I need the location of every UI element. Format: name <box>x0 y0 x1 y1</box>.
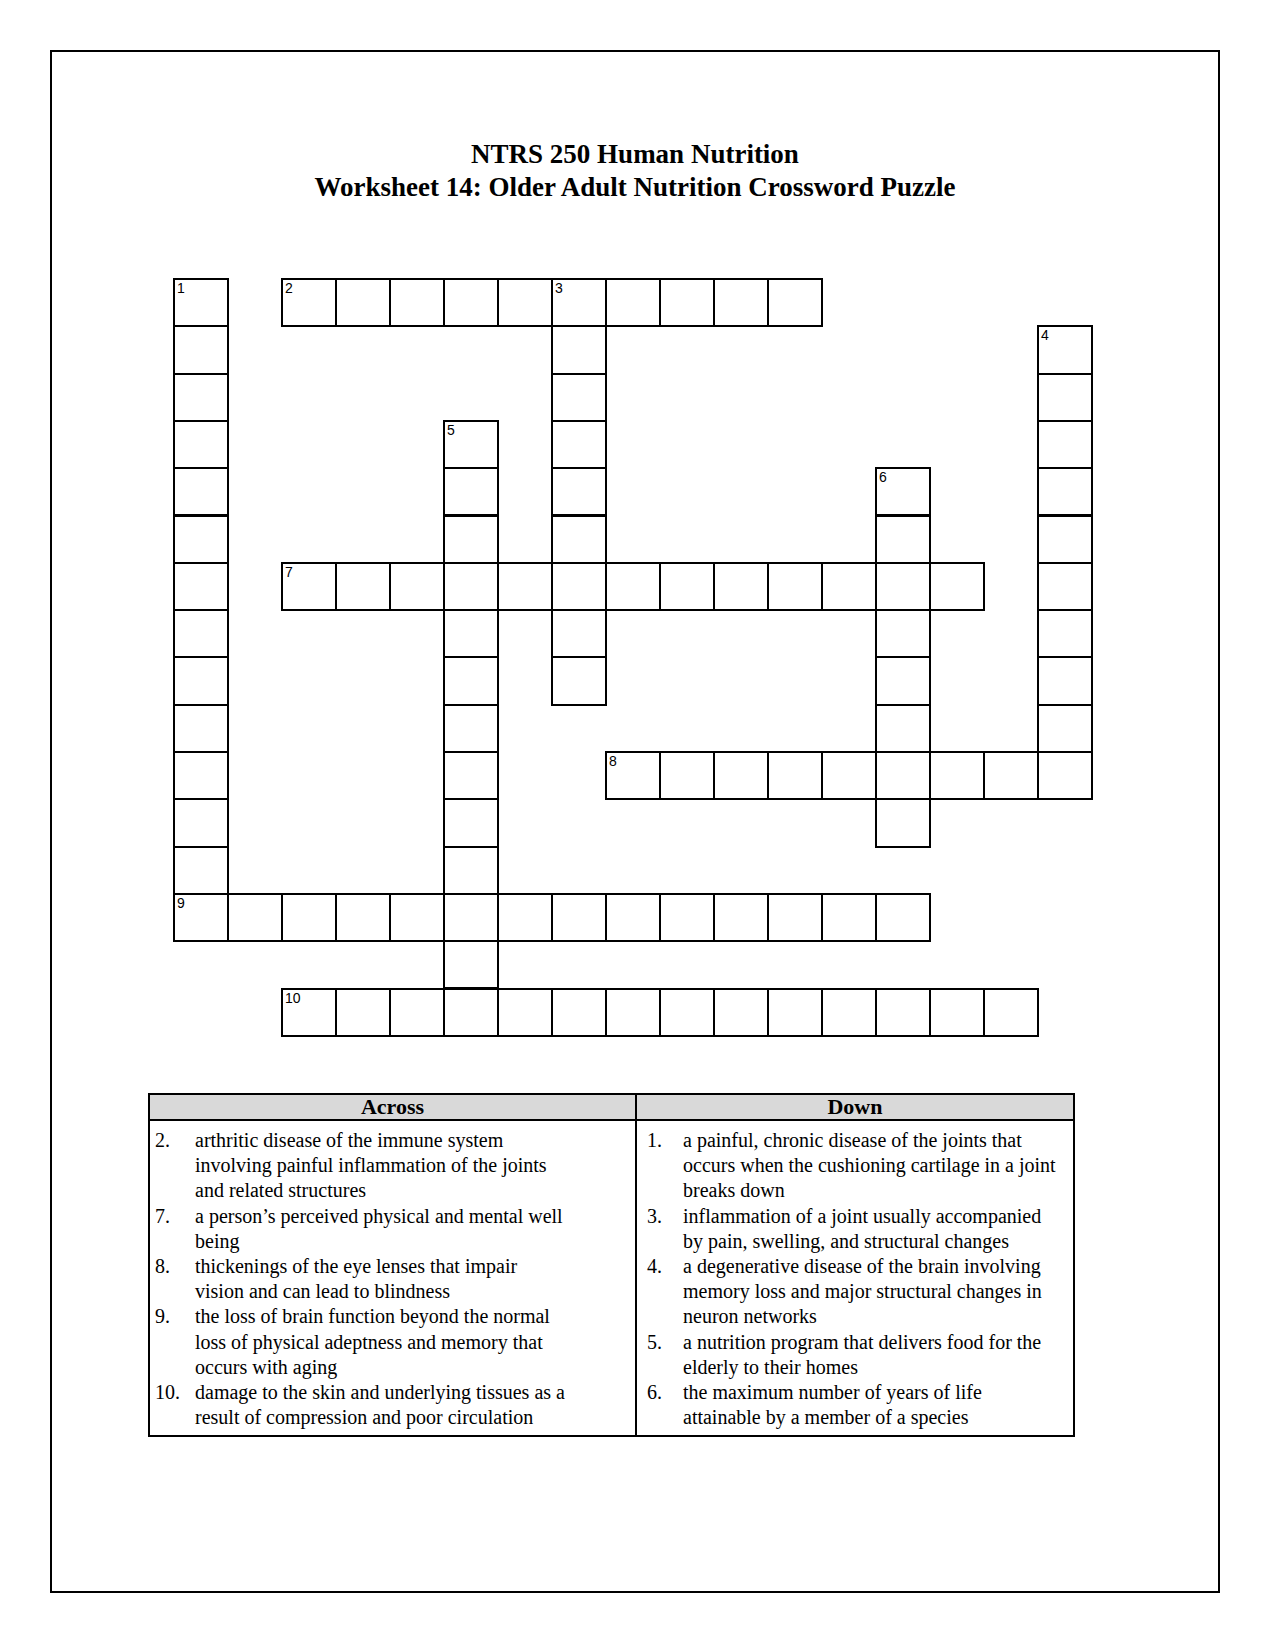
grid-cell[interactable] <box>875 988 931 1037</box>
grid-cell[interactable]: 7 <box>281 562 337 611</box>
grid-cell[interactable] <box>335 988 391 1037</box>
grid-cell[interactable] <box>551 467 607 516</box>
clue-text: a person’s perceived physical and mental… <box>195 1204 635 1254</box>
grid-cell[interactable] <box>443 940 499 989</box>
clue-number-label: 1. <box>647 1128 662 1153</box>
grid-cell[interactable] <box>335 562 391 611</box>
grid-cell[interactable] <box>173 420 229 469</box>
grid-cell[interactable] <box>1037 656 1093 705</box>
clue-item: 7.a person’s perceived physical and ment… <box>150 1204 635 1254</box>
clue-text: arthritic disease of the immune system i… <box>195 1128 635 1204</box>
grid-cell[interactable] <box>173 373 229 422</box>
clue-item: 6.the maximum number of years of life at… <box>637 1380 1073 1430</box>
grid-cell[interactable]: 8 <box>605 751 661 800</box>
clue-number: 2 <box>285 280 293 296</box>
grid-cell[interactable] <box>173 751 229 800</box>
grid-cell[interactable] <box>389 278 445 327</box>
grid-cell[interactable] <box>173 704 229 753</box>
clue-number: 3 <box>555 280 563 296</box>
grid-cell[interactable] <box>443 798 499 847</box>
grid-cell[interactable] <box>443 893 499 942</box>
grid-cell[interactable] <box>497 278 553 327</box>
clue-text: the maximum number of years of life atta… <box>683 1380 1073 1430</box>
grid-cell[interactable] <box>605 988 661 1037</box>
grid-cell[interactable] <box>605 562 661 611</box>
grid-cell[interactable] <box>713 751 769 800</box>
grid-cell[interactable] <box>551 893 607 942</box>
grid-cell[interactable] <box>821 751 877 800</box>
clue-item: 5.a nutrition program that delivers food… <box>637 1330 1073 1380</box>
grid-cell[interactable] <box>767 278 823 327</box>
grid-cell[interactable] <box>443 704 499 753</box>
grid-cell[interactable] <box>335 278 391 327</box>
grid-cell[interactable] <box>443 846 499 895</box>
grid-cell[interactable] <box>1037 515 1093 564</box>
title-line-2: Worksheet 14: Older Adult Nutrition Cros… <box>50 171 1220 204</box>
grid-cell[interactable] <box>767 751 823 800</box>
clue-item: 8.thickenings of the eye lenses that imp… <box>150 1254 635 1304</box>
clue-number-label: 3. <box>647 1204 662 1229</box>
grid-cell[interactable] <box>551 325 607 374</box>
clue-text: inflammation of a joint usually accompan… <box>683 1204 1073 1254</box>
grid-cell[interactable] <box>659 751 715 800</box>
grid-cell[interactable]: 4 <box>1037 325 1093 374</box>
grid-cell[interactable]: 9 <box>173 893 229 942</box>
grid-cell[interactable]: 1 <box>173 278 229 327</box>
grid-cell[interactable] <box>497 893 553 942</box>
grid-cell[interactable] <box>335 893 391 942</box>
clue-number-label: 7. <box>155 1204 170 1229</box>
grid-cell[interactable] <box>875 609 931 658</box>
grid-cell[interactable] <box>875 798 931 847</box>
clue-item: 1.a painful, chronic disease of the join… <box>637 1128 1073 1204</box>
clue-text: a painful, chronic disease of the joints… <box>683 1128 1073 1204</box>
grid-cell[interactable] <box>983 988 1039 1037</box>
clue-number-label: 8. <box>155 1254 170 1279</box>
grid-cell[interactable] <box>551 420 607 469</box>
clue-text: thickenings of the eye lenses that impai… <box>195 1254 635 1304</box>
clue-text: a degenerative disease of the brain invo… <box>683 1254 1073 1330</box>
clue-number-label: 6. <box>647 1380 662 1405</box>
grid-cell[interactable] <box>875 704 931 753</box>
clue-number: 9 <box>177 895 185 911</box>
grid-cell[interactable] <box>389 988 445 1037</box>
grid-cell[interactable] <box>659 278 715 327</box>
down-clues-list: 1.a painful, chronic disease of the join… <box>635 1121 1073 1435</box>
clue-number-label: 9. <box>155 1304 170 1329</box>
clue-item: 4.a degenerative disease of the brain in… <box>637 1254 1073 1330</box>
clue-text: damage to the skin and underlying tissue… <box>195 1380 635 1430</box>
grid-cell[interactable] <box>875 515 931 564</box>
clue-number-label: 4. <box>647 1254 662 1279</box>
across-clues-list: 2.arthritic disease of the immune system… <box>150 1121 635 1435</box>
grid-cell[interactable] <box>875 656 931 705</box>
grid-cell[interactable] <box>173 325 229 374</box>
grid-cell[interactable] <box>281 893 337 942</box>
grid-cell[interactable] <box>443 467 499 516</box>
crossword-grid: 12345678910 <box>173 278 1093 1037</box>
grid-cell[interactable]: 3 <box>551 278 607 327</box>
grid-cell[interactable] <box>821 893 877 942</box>
grid-cell[interactable] <box>713 562 769 611</box>
grid-cell[interactable] <box>551 562 607 611</box>
grid-cell[interactable] <box>767 893 823 942</box>
grid-cell[interactable]: 6 <box>875 467 931 516</box>
grid-cell[interactable] <box>929 988 985 1037</box>
grid-cell[interactable] <box>659 562 715 611</box>
grid-cell[interactable] <box>875 562 931 611</box>
grid-cell[interactable] <box>713 893 769 942</box>
grid-cell[interactable] <box>443 656 499 705</box>
grid-cell[interactable] <box>551 988 607 1037</box>
grid-cell[interactable] <box>497 988 553 1037</box>
clue-item: 10.damage to the skin and underlying tis… <box>150 1380 635 1430</box>
page-title: NTRS 250 Human Nutrition Worksheet 14: O… <box>50 138 1220 204</box>
grid-cell[interactable] <box>173 515 229 564</box>
grid-cell[interactable] <box>551 609 607 658</box>
grid-cell[interactable] <box>659 893 715 942</box>
clue-number-label: 10. <box>155 1380 180 1405</box>
clue-number-label: 2. <box>155 1128 170 1153</box>
clue-item: 3.inflammation of a joint usually accomp… <box>637 1204 1073 1254</box>
grid-cell[interactable] <box>173 609 229 658</box>
grid-cell[interactable] <box>1037 751 1093 800</box>
grid-cell[interactable] <box>443 278 499 327</box>
grid-cell[interactable] <box>173 798 229 847</box>
grid-cell[interactable] <box>443 515 499 564</box>
worksheet-page: { "game": "crossword", "title": { "line1… <box>0 0 1270 1643</box>
clue-text: a nutrition program that delivers food f… <box>683 1330 1073 1380</box>
grid-cell[interactable] <box>821 988 877 1037</box>
title-line-1: NTRS 250 Human Nutrition <box>50 138 1220 171</box>
grid-cell[interactable] <box>1037 562 1093 611</box>
grid-cell[interactable] <box>929 751 985 800</box>
grid-cell[interactable] <box>173 562 229 611</box>
grid-cell[interactable] <box>713 278 769 327</box>
grid-cell[interactable] <box>551 656 607 705</box>
grid-cell[interactable] <box>1037 609 1093 658</box>
grid-cell[interactable]: 10 <box>281 988 337 1037</box>
grid-cell[interactable]: 2 <box>281 278 337 327</box>
clue-item: 2.arthritic disease of the immune system… <box>150 1128 635 1204</box>
clue-number: 1 <box>177 280 185 296</box>
grid-cell[interactable] <box>767 988 823 1037</box>
clues-table: Across Down 2.arthritic disease of the i… <box>148 1093 1075 1437</box>
grid-cell[interactable] <box>1037 420 1093 469</box>
clue-number: 4 <box>1041 327 1049 343</box>
grid-cell[interactable] <box>173 656 229 705</box>
grid-cell[interactable] <box>875 751 931 800</box>
grid-cell[interactable] <box>551 515 607 564</box>
clue-number-label: 5. <box>647 1330 662 1355</box>
grid-cell[interactable] <box>605 278 661 327</box>
grid-cell[interactable] <box>1037 373 1093 422</box>
grid-cell[interactable] <box>767 562 823 611</box>
grid-cell[interactable] <box>1037 467 1093 516</box>
grid-cell[interactable] <box>1037 704 1093 753</box>
grid-cell[interactable] <box>227 893 283 942</box>
grid-cell[interactable] <box>443 609 499 658</box>
grid-cell[interactable] <box>659 988 715 1037</box>
clue-number: 8 <box>609 753 617 769</box>
grid-cell[interactable] <box>605 893 661 942</box>
grid-cell[interactable] <box>443 562 499 611</box>
grid-cell[interactable] <box>713 988 769 1037</box>
grid-cell[interactable] <box>389 893 445 942</box>
grid-cell[interactable] <box>983 751 1039 800</box>
grid-cell[interactable] <box>929 562 985 611</box>
clue-number: 6 <box>879 469 887 485</box>
grid-cell[interactable] <box>497 562 553 611</box>
clue-item: 9.the loss of brain function beyond the … <box>150 1304 635 1380</box>
grid-cell[interactable] <box>173 846 229 895</box>
grid-cell[interactable] <box>821 562 877 611</box>
grid-cell[interactable] <box>443 751 499 800</box>
clue-text: the loss of brain function beyond the no… <box>195 1304 635 1380</box>
grid-cell[interactable] <box>173 467 229 516</box>
grid-cell[interactable] <box>551 373 607 422</box>
grid-cell[interactable]: 5 <box>443 420 499 469</box>
clue-number: 10 <box>285 990 301 1006</box>
grid-cell[interactable] <box>875 893 931 942</box>
clue-number: 5 <box>447 422 455 438</box>
clue-number: 7 <box>285 564 293 580</box>
grid-cell[interactable] <box>389 562 445 611</box>
down-header: Down <box>635 1095 1073 1121</box>
grid-cell[interactable] <box>443 988 499 1037</box>
across-header: Across <box>150 1095 635 1121</box>
